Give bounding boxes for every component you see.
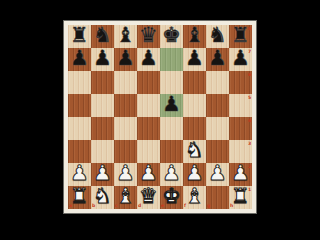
piece-white-pawn[interactable]: ♟ <box>162 162 181 185</box>
square-c4[interactable] <box>114 117 137 140</box>
square-a6[interactable] <box>68 71 91 94</box>
square-h3[interactable]: 3 <box>229 140 252 163</box>
piece-black-pawn[interactable]: ♟ <box>70 47 89 70</box>
square-a1[interactable]: a♜ <box>68 186 91 209</box>
piece-white-queen[interactable]: ♛ <box>139 185 158 208</box>
square-h7[interactable]: 7♟ <box>229 48 252 71</box>
piece-white-rook[interactable]: ♜ <box>231 185 250 208</box>
square-c1[interactable]: c♝ <box>114 186 137 209</box>
square-g7[interactable]: ♟ <box>206 48 229 71</box>
piece-white-bishop[interactable]: ♝ <box>116 185 135 208</box>
coordinate-file-g: g <box>207 204 210 209</box>
piece-white-rook[interactable]: ♜ <box>70 185 89 208</box>
square-f2[interactable]: ♟ <box>183 163 206 186</box>
piece-white-pawn[interactable]: ♟ <box>93 162 112 185</box>
piece-black-bishop[interactable]: ♝ <box>116 24 135 47</box>
piece-black-pawn[interactable]: ♟ <box>116 47 135 70</box>
square-b1[interactable]: b♞ <box>91 186 114 209</box>
square-h8[interactable]: 8♜ <box>229 25 252 48</box>
piece-white-knight[interactable]: ♞ <box>185 139 204 162</box>
square-b5[interactable] <box>91 94 114 117</box>
piece-black-pawn[interactable]: ♟ <box>231 47 250 70</box>
coordinate-rank-3: 3 <box>248 141 251 146</box>
square-a7[interactable]: ♟ <box>68 48 91 71</box>
square-b7[interactable]: ♟ <box>91 48 114 71</box>
square-g8[interactable]: ♞ <box>206 25 229 48</box>
square-b4[interactable] <box>91 117 114 140</box>
chess-board: ♜♞♝♛♚♝♞8♜♟♟♟♟♟♟7♟6♟54♞3♟♟♟♟♟♟♟2♟a♜b♞c♝d♛… <box>64 21 256 213</box>
square-h4[interactable]: 4 <box>229 117 252 140</box>
square-b6[interactable] <box>91 71 114 94</box>
piece-white-pawn[interactable]: ♟ <box>70 162 89 185</box>
square-f8[interactable]: ♝ <box>183 25 206 48</box>
square-g1[interactable]: g <box>206 186 229 209</box>
square-f5[interactable] <box>183 94 206 117</box>
square-d3[interactable] <box>137 140 160 163</box>
square-h5[interactable]: 5 <box>229 94 252 117</box>
square-a2[interactable]: ♟ <box>68 163 91 186</box>
square-a4[interactable] <box>68 117 91 140</box>
piece-white-pawn[interactable]: ♟ <box>208 162 227 185</box>
piece-black-pawn[interactable]: ♟ <box>208 47 227 70</box>
square-c8[interactable]: ♝ <box>114 25 137 48</box>
coordinate-rank-5: 5 <box>248 95 251 100</box>
square-b8[interactable]: ♞ <box>91 25 114 48</box>
square-d2[interactable]: ♟ <box>137 163 160 186</box>
piece-black-pawn[interactable]: ♟ <box>139 47 158 70</box>
square-h1[interactable]: 1h♜ <box>229 186 252 209</box>
square-e5[interactable]: ♟ <box>160 94 183 117</box>
square-d7[interactable]: ♟ <box>137 48 160 71</box>
piece-white-pawn[interactable]: ♟ <box>139 162 158 185</box>
square-d5[interactable] <box>137 94 160 117</box>
piece-white-knight[interactable]: ♞ <box>93 185 112 208</box>
square-f7[interactable]: ♟ <box>183 48 206 71</box>
square-g6[interactable] <box>206 71 229 94</box>
piece-black-pawn[interactable]: ♟ <box>185 47 204 70</box>
piece-black-knight[interactable]: ♞ <box>93 24 112 47</box>
square-e2[interactable]: ♟ <box>160 163 183 186</box>
square-b3[interactable] <box>91 140 114 163</box>
square-f6[interactable] <box>183 71 206 94</box>
square-d4[interactable] <box>137 117 160 140</box>
square-a5[interactable] <box>68 94 91 117</box>
piece-white-bishop[interactable]: ♝ <box>185 185 204 208</box>
piece-black-rook[interactable]: ♜ <box>231 24 250 47</box>
square-e8[interactable]: ♚ <box>160 25 183 48</box>
piece-black-rook[interactable]: ♜ <box>70 24 89 47</box>
square-g5[interactable] <box>206 94 229 117</box>
coordinate-rank-4: 4 <box>248 118 251 123</box>
piece-black-king[interactable]: ♚ <box>162 24 181 47</box>
piece-black-pawn[interactable]: ♟ <box>93 47 112 70</box>
square-h6[interactable]: 6 <box>229 71 252 94</box>
piece-white-pawn[interactable]: ♟ <box>185 162 204 185</box>
square-e4[interactable] <box>160 117 183 140</box>
square-f1[interactable]: f♝ <box>183 186 206 209</box>
piece-white-pawn[interactable]: ♟ <box>116 162 135 185</box>
piece-white-pawn[interactable]: ♟ <box>231 162 250 185</box>
square-h2[interactable]: 2♟ <box>229 163 252 186</box>
square-f4[interactable] <box>183 117 206 140</box>
square-e1[interactable]: e♚ <box>160 186 183 209</box>
square-g3[interactable] <box>206 140 229 163</box>
piece-black-pawn[interactable]: ♟ <box>162 93 181 116</box>
square-g4[interactable] <box>206 117 229 140</box>
square-a8[interactable]: ♜ <box>68 25 91 48</box>
piece-black-bishop[interactable]: ♝ <box>185 24 204 47</box>
square-a3[interactable] <box>68 140 91 163</box>
piece-white-king[interactable]: ♚ <box>162 185 181 208</box>
square-e7[interactable] <box>160 48 183 71</box>
square-c2[interactable]: ♟ <box>114 163 137 186</box>
square-c5[interactable] <box>114 94 137 117</box>
square-c6[interactable] <box>114 71 137 94</box>
square-c3[interactable] <box>114 140 137 163</box>
square-b2[interactable]: ♟ <box>91 163 114 186</box>
square-d6[interactable] <box>137 71 160 94</box>
piece-black-knight[interactable]: ♞ <box>208 24 227 47</box>
square-e6[interactable] <box>160 71 183 94</box>
video-letterbox-stage: ♜♞♝♛♚♝♞8♜♟♟♟♟♟♟7♟6♟54♞3♟♟♟♟♟♟♟2♟a♜b♞c♝d♛… <box>0 0 320 240</box>
square-c7[interactable]: ♟ <box>114 48 137 71</box>
square-f3[interactable]: ♞ <box>183 140 206 163</box>
square-g2[interactable]: ♟ <box>206 163 229 186</box>
piece-black-queen[interactable]: ♛ <box>139 24 158 47</box>
square-e3[interactable] <box>160 140 183 163</box>
square-d1[interactable]: d♛ <box>137 186 160 209</box>
square-d8[interactable]: ♛ <box>137 25 160 48</box>
coordinate-rank-6: 6 <box>248 72 251 77</box>
